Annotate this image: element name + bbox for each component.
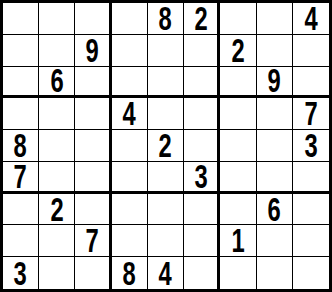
cell-r2c3[interactable]: 9: [75, 35, 111, 67]
cell-r7c1[interactable]: [3, 194, 39, 226]
cell-r6c4[interactable]: [112, 162, 148, 194]
cell-r7c4[interactable]: [112, 194, 148, 226]
given-digit: 2: [231, 35, 244, 67]
cell-r4c5[interactable]: [148, 98, 184, 130]
cell-r3c9[interactable]: [293, 67, 329, 99]
cell-r2c8[interactable]: [257, 35, 293, 67]
cell-r2c2[interactable]: [39, 35, 75, 67]
cell-r2c1[interactable]: [3, 35, 39, 67]
cell-r8c9[interactable]: [293, 225, 329, 257]
cell-r9c3[interactable]: [75, 257, 111, 289]
given-digit: 6: [50, 67, 63, 98]
given-digit: 8: [159, 3, 172, 35]
cell-r4c2[interactable]: [39, 98, 75, 130]
cell-r3c8[interactable]: 9: [257, 67, 293, 99]
cell-r1c2[interactable]: [39, 3, 75, 35]
given-digit: 4: [123, 98, 136, 130]
cell-r4c1[interactable]: [3, 98, 39, 130]
cell-r6c6[interactable]: 3: [184, 162, 220, 194]
cell-r5c4[interactable]: [112, 130, 148, 162]
cell-r3c2[interactable]: 6: [39, 67, 75, 99]
cell-r8c3[interactable]: 7: [75, 225, 111, 257]
cell-r5c5[interactable]: 2: [148, 130, 184, 162]
cell-r5c9[interactable]: 3: [293, 130, 329, 162]
cell-r9c7[interactable]: [220, 257, 256, 289]
cell-r1c7[interactable]: [220, 3, 256, 35]
cell-r7c2[interactable]: 2: [39, 194, 75, 226]
cell-r6c3[interactable]: [75, 162, 111, 194]
cell-r5c8[interactable]: [257, 130, 293, 162]
cell-r7c7[interactable]: [220, 194, 256, 226]
cell-r1c3[interactable]: [75, 3, 111, 35]
cell-r2c5[interactable]: [148, 35, 184, 67]
cell-r1c9[interactable]: 4: [293, 3, 329, 35]
given-digit: 7: [85, 225, 98, 257]
cell-r4c4[interactable]: 4: [112, 98, 148, 130]
cell-r2c4[interactable]: [112, 35, 148, 67]
cell-r2c9[interactable]: [293, 35, 329, 67]
cell-r7c5[interactable]: [148, 194, 184, 226]
cell-r8c4[interactable]: [112, 225, 148, 257]
cell-r5c1[interactable]: 8: [3, 130, 39, 162]
given-digit: 2: [159, 130, 172, 162]
cell-r9c4[interactable]: 8: [112, 257, 148, 289]
cell-r1c1[interactable]: [3, 3, 39, 35]
cell-r9c8[interactable]: [257, 257, 293, 289]
cell-r8c6[interactable]: [184, 225, 220, 257]
cell-r1c8[interactable]: [257, 3, 293, 35]
cell-r7c6[interactable]: [184, 194, 220, 226]
cell-r6c1[interactable]: 7: [3, 162, 39, 194]
cell-r6c5[interactable]: [148, 162, 184, 194]
cell-r2c6[interactable]: [184, 35, 220, 67]
given-digit: 7: [304, 98, 317, 130]
cell-r8c7[interactable]: 1: [220, 225, 256, 257]
cell-r2c7[interactable]: 2: [220, 35, 256, 67]
cell-r6c9[interactable]: [293, 162, 329, 194]
cell-r5c2[interactable]: [39, 130, 75, 162]
cell-r4c8[interactable]: [257, 98, 293, 130]
cell-r8c5[interactable]: [148, 225, 184, 257]
cell-r5c3[interactable]: [75, 130, 111, 162]
cell-r4c3[interactable]: [75, 98, 111, 130]
given-digit: 3: [304, 130, 317, 162]
cell-r6c2[interactable]: [39, 162, 75, 194]
cell-r8c2[interactable]: [39, 225, 75, 257]
cell-r7c8[interactable]: 6: [257, 194, 293, 226]
given-digit: 8: [14, 130, 27, 162]
cell-r3c4[interactable]: [112, 67, 148, 99]
cell-r9c2[interactable]: [39, 257, 75, 289]
given-digit: 3: [194, 162, 207, 193]
cell-r1c5[interactable]: 8: [148, 3, 184, 35]
cell-r8c8[interactable]: [257, 225, 293, 257]
cell-r9c1[interactable]: 3: [3, 257, 39, 289]
cell-r8c1[interactable]: [3, 225, 39, 257]
cell-r3c7[interactable]: [220, 67, 256, 99]
cell-r3c3[interactable]: [75, 67, 111, 99]
given-digit: 4: [159, 257, 172, 289]
cell-r6c8[interactable]: [257, 162, 293, 194]
cell-r4c7[interactable]: [220, 98, 256, 130]
cell-r5c7[interactable]: [220, 130, 256, 162]
sudoku-board: 824926947823732671384: [0, 0, 332, 292]
given-digit: 1: [231, 225, 244, 257]
given-digit: 9: [268, 67, 281, 98]
cell-r4c6[interactable]: [184, 98, 220, 130]
given-digit: 9: [85, 35, 98, 67]
cell-r6c7[interactable]: [220, 162, 256, 194]
given-digit: 6: [268, 194, 281, 226]
cell-r4c9[interactable]: 7: [293, 98, 329, 130]
cell-r3c1[interactable]: [3, 67, 39, 99]
cell-r3c5[interactable]: [148, 67, 184, 99]
cell-r9c5[interactable]: 4: [148, 257, 184, 289]
given-digit: 4: [304, 3, 317, 35]
cell-r5c6[interactable]: [184, 130, 220, 162]
given-digit: 3: [14, 257, 27, 289]
given-digit: 2: [194, 3, 207, 35]
cell-r1c4[interactable]: [112, 3, 148, 35]
cell-r3c6[interactable]: [184, 67, 220, 99]
cell-r9c9[interactable]: [293, 257, 329, 289]
given-digit: 8: [123, 257, 136, 289]
given-digit: 7: [14, 162, 27, 193]
given-digit: 2: [50, 194, 63, 226]
cell-r1c6[interactable]: 2: [184, 3, 220, 35]
cell-r7c3[interactable]: [75, 194, 111, 226]
cell-r7c9[interactable]: [293, 194, 329, 226]
cell-r9c6[interactable]: [184, 257, 220, 289]
